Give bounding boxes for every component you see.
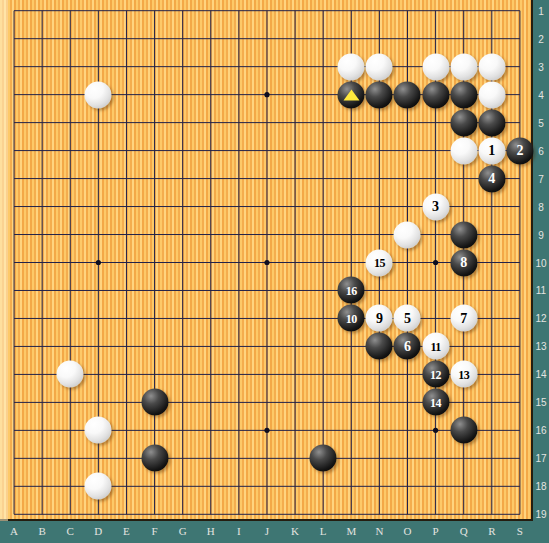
stone-white-O9[interactable] bbox=[394, 221, 421, 248]
move-number-label: 7 bbox=[460, 311, 467, 325]
column-label-Q: Q bbox=[460, 525, 468, 537]
move-number-label: 13 bbox=[458, 368, 469, 380]
row-label-3: 3 bbox=[538, 61, 544, 72]
stone-black-M12[interactable]: 10 bbox=[338, 305, 365, 332]
row-label-9: 9 bbox=[538, 229, 544, 240]
star-point bbox=[433, 428, 438, 433]
move-number-label: 14 bbox=[430, 396, 441, 408]
stone-white-Q3[interactable] bbox=[450, 53, 477, 80]
stone-white-D16[interactable] bbox=[85, 417, 112, 444]
stone-black-P14[interactable]: 12 bbox=[422, 361, 449, 388]
stone-white-M3[interactable] bbox=[338, 53, 365, 80]
row-label-18: 18 bbox=[535, 481, 546, 492]
row-label-16: 16 bbox=[535, 425, 546, 436]
column-label-O: O bbox=[404, 525, 412, 537]
row-label-15: 15 bbox=[535, 397, 546, 408]
column-label-F: F bbox=[152, 525, 158, 537]
stone-white-P8[interactable]: 3 bbox=[422, 193, 449, 220]
stone-black-L17[interactable] bbox=[310, 445, 337, 472]
column-label-S: S bbox=[517, 525, 523, 537]
column-label-B: B bbox=[38, 525, 45, 537]
row-label-17: 17 bbox=[535, 453, 546, 464]
stone-black-O13[interactable]: 6 bbox=[394, 333, 421, 360]
row-label-13: 13 bbox=[535, 341, 546, 352]
row-label-8: 8 bbox=[538, 201, 544, 212]
star-point bbox=[264, 92, 269, 97]
stone-black-F15[interactable] bbox=[141, 389, 168, 416]
column-label-E: E bbox=[123, 525, 130, 537]
row-label-7: 7 bbox=[538, 173, 544, 184]
stone-white-Q12[interactable]: 7 bbox=[450, 305, 477, 332]
stone-black-Q10[interactable]: 8 bbox=[450, 249, 477, 276]
column-label-C: C bbox=[67, 525, 74, 537]
stone-black-P4[interactable] bbox=[422, 81, 449, 108]
stone-black-F17[interactable] bbox=[141, 445, 168, 472]
stone-white-D4[interactable] bbox=[85, 81, 112, 108]
row-label-14: 14 bbox=[535, 369, 546, 380]
column-label-R: R bbox=[488, 525, 495, 537]
column-label-L: L bbox=[320, 525, 327, 537]
row-label-4: 4 bbox=[538, 89, 544, 100]
stone-black-N4[interactable] bbox=[366, 81, 393, 108]
star-point bbox=[433, 260, 438, 265]
move-number-label: 6 bbox=[404, 339, 411, 353]
stone-black-R7[interactable]: 4 bbox=[478, 165, 505, 192]
move-number-label: 4 bbox=[488, 172, 495, 186]
column-label-H: H bbox=[207, 525, 215, 537]
star-point bbox=[264, 260, 269, 265]
stone-black-Q16[interactable] bbox=[450, 417, 477, 444]
column-label-P: P bbox=[433, 525, 439, 537]
column-label-N: N bbox=[375, 525, 383, 537]
column-label-D: D bbox=[94, 525, 102, 537]
move-number-label: 10 bbox=[346, 312, 357, 324]
row-label-11: 11 bbox=[536, 285, 546, 296]
stone-black-Q4[interactable] bbox=[450, 81, 477, 108]
stone-black-O4[interactable] bbox=[394, 81, 421, 108]
stone-black-M11[interactable]: 16 bbox=[338, 277, 365, 304]
stone-white-R4[interactable] bbox=[478, 81, 505, 108]
row-label-2: 2 bbox=[538, 33, 544, 44]
triangle-marker-icon bbox=[343, 89, 359, 100]
row-label-1: 1 bbox=[538, 5, 544, 16]
move-number-label: 11 bbox=[430, 340, 440, 352]
stone-white-D18[interactable] bbox=[85, 473, 112, 500]
stone-black-R5[interactable] bbox=[478, 109, 505, 136]
move-number-label: 8 bbox=[460, 256, 467, 270]
stone-white-P3[interactable] bbox=[422, 53, 449, 80]
row-label-19: 19 bbox=[535, 509, 546, 520]
move-number-label: 15 bbox=[374, 257, 385, 269]
stone-white-Q14[interactable]: 13 bbox=[450, 361, 477, 388]
column-label-I: I bbox=[237, 525, 241, 537]
stone-white-N3[interactable] bbox=[366, 53, 393, 80]
star-point bbox=[96, 260, 101, 265]
row-label-10: 10 bbox=[535, 257, 546, 268]
move-number-label: 9 bbox=[376, 311, 383, 325]
move-number-label: 3 bbox=[432, 200, 439, 214]
stone-black-Q9[interactable] bbox=[450, 221, 477, 248]
move-number-label: 1 bbox=[488, 144, 495, 158]
column-label-M: M bbox=[346, 525, 356, 537]
stone-white-N10[interactable]: 15 bbox=[366, 249, 393, 276]
stone-black-M4[interactable] bbox=[338, 81, 365, 108]
column-label-G: G bbox=[179, 525, 187, 537]
stone-white-Q6[interactable] bbox=[450, 137, 477, 164]
go-app-window: 12431581610957611121314 1234567891011121… bbox=[0, 0, 549, 543]
move-number-label: 2 bbox=[516, 144, 523, 158]
column-label-A: A bbox=[10, 525, 18, 537]
stone-white-P13[interactable]: 11 bbox=[422, 333, 449, 360]
stone-white-R3[interactable] bbox=[478, 53, 505, 80]
stone-black-P15[interactable]: 14 bbox=[422, 389, 449, 416]
column-label-K: K bbox=[291, 525, 299, 537]
row-label-6: 6 bbox=[538, 145, 544, 156]
stone-white-O12[interactable]: 5 bbox=[394, 305, 421, 332]
stone-white-C14[interactable] bbox=[57, 361, 84, 388]
row-label-5: 5 bbox=[538, 117, 544, 128]
go-board[interactable]: 12431581610957611121314 bbox=[0, 0, 533, 521]
stone-white-R6[interactable]: 1 bbox=[478, 137, 505, 164]
move-number-label: 5 bbox=[404, 311, 411, 325]
column-label-J: J bbox=[265, 525, 269, 537]
stone-black-N13[interactable] bbox=[366, 333, 393, 360]
stone-black-Q5[interactable] bbox=[450, 109, 477, 136]
star-point bbox=[264, 428, 269, 433]
stone-white-N12[interactable]: 9 bbox=[366, 305, 393, 332]
move-number-label: 16 bbox=[346, 284, 357, 296]
move-number-label: 12 bbox=[430, 368, 441, 380]
row-label-12: 12 bbox=[535, 313, 546, 324]
stone-black-S6[interactable]: 2 bbox=[506, 137, 533, 164]
